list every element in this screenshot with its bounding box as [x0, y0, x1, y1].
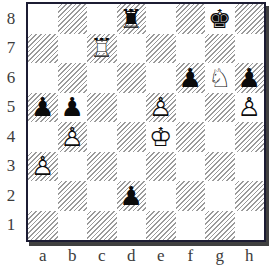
square-c3	[87, 152, 117, 182]
black-rook-d8: ♜	[117, 4, 147, 34]
square-g4	[205, 122, 235, 152]
square-b3	[58, 152, 88, 182]
square-c6	[87, 63, 117, 93]
square-b8	[58, 4, 88, 34]
square-h3	[235, 152, 265, 182]
white-pawn-h5: ♙	[235, 93, 265, 123]
square-h1	[235, 211, 265, 241]
file-label-f: f	[176, 246, 206, 270]
square-b1	[58, 211, 88, 241]
square-b2	[58, 181, 88, 211]
rank-label-7: 7	[0, 34, 22, 64]
file-label-e: e	[146, 246, 176, 270]
square-f1	[176, 211, 206, 241]
black-pawn-h6: ♟	[235, 63, 265, 93]
black-king-g8: ♚	[205, 4, 235, 34]
file-label-h: h	[235, 246, 265, 270]
rank-label-6: 6	[0, 63, 22, 93]
square-c2	[87, 181, 117, 211]
square-d4	[117, 122, 147, 152]
file-label-d: d	[117, 246, 147, 270]
square-h6: ♟	[235, 63, 265, 93]
square-e6	[146, 63, 176, 93]
black-pawn-d2: ♟	[117, 181, 147, 211]
square-f4	[176, 122, 206, 152]
piece-fill: ♟	[235, 93, 265, 123]
square-c7: ♜♖	[87, 34, 117, 64]
square-a2	[28, 181, 58, 211]
square-g1	[205, 211, 235, 241]
square-c4	[87, 122, 117, 152]
square-a6	[28, 63, 58, 93]
square-d5	[117, 93, 147, 123]
square-f5	[176, 93, 206, 123]
white-pawn-e5: ♙	[146, 93, 176, 123]
square-e5: ♟♙	[146, 93, 176, 123]
square-f8	[176, 4, 206, 34]
square-b6	[58, 63, 88, 93]
rank-label-4: 4	[0, 122, 22, 152]
square-e7	[146, 34, 176, 64]
square-a8	[28, 4, 58, 34]
square-h2	[235, 181, 265, 211]
white-pawn-a3: ♙	[28, 152, 58, 182]
piece-fill: ♞	[205, 63, 235, 93]
square-h7	[235, 34, 265, 64]
square-g7	[205, 34, 235, 64]
file-labels: abcdefgh	[28, 246, 264, 270]
square-a7	[28, 34, 58, 64]
square-e1	[146, 211, 176, 241]
rank-label-3: 3	[0, 152, 22, 182]
square-d2: ♟	[117, 181, 147, 211]
square-g8: ♚	[205, 4, 235, 34]
square-b7	[58, 34, 88, 64]
square-f2	[176, 181, 206, 211]
piece-fill: ♟	[146, 93, 176, 123]
piece-fill: ♟	[58, 122, 88, 152]
rank-label-5: 5	[0, 93, 22, 123]
file-label-a: a	[28, 246, 58, 270]
square-h4	[235, 122, 265, 152]
white-pawn-b4: ♙	[58, 122, 88, 152]
white-king-e4: ♔	[146, 122, 176, 152]
white-rook-c7: ♖	[87, 34, 117, 64]
square-a3: ♟♙	[28, 152, 58, 182]
square-b5: ♟	[58, 93, 88, 123]
square-g2	[205, 181, 235, 211]
file-label-c: c	[87, 246, 117, 270]
square-c1	[87, 211, 117, 241]
square-f3	[176, 152, 206, 182]
square-d3	[117, 152, 147, 182]
piece-fill: ♚	[146, 122, 176, 152]
square-a4	[28, 122, 58, 152]
square-h8	[235, 4, 265, 34]
file-label-g: g	[205, 246, 235, 270]
file-label-b: b	[58, 246, 88, 270]
square-e2	[146, 181, 176, 211]
square-g6: ♞♘	[205, 63, 235, 93]
chess-diagram: 87654321 ♜♚♜♖♟♞♘♟♟♟♟♙♟♙♟♙♚♔♟♙♟ abcdefgh	[0, 0, 272, 273]
black-pawn-b5: ♟	[58, 93, 88, 123]
square-e8	[146, 4, 176, 34]
square-c8	[87, 4, 117, 34]
square-a5: ♟	[28, 93, 58, 123]
square-d8: ♜	[117, 4, 147, 34]
rank-label-1: 1	[0, 211, 22, 241]
square-g3	[205, 152, 235, 182]
square-h5: ♟♙	[235, 93, 265, 123]
square-c5	[87, 93, 117, 123]
square-a1	[28, 211, 58, 241]
rank-labels: 87654321	[0, 4, 22, 240]
square-f6: ♟	[176, 63, 206, 93]
square-e4: ♚♔	[146, 122, 176, 152]
square-d7	[117, 34, 147, 64]
black-pawn-f6: ♟	[176, 63, 206, 93]
square-f7	[176, 34, 206, 64]
black-pawn-a5: ♟	[28, 93, 58, 123]
rank-label-2: 2	[0, 181, 22, 211]
square-d6	[117, 63, 147, 93]
square-e3	[146, 152, 176, 182]
rank-label-8: 8	[0, 4, 22, 34]
square-b4: ♟♙	[58, 122, 88, 152]
white-knight-g6: ♘	[205, 63, 235, 93]
piece-fill: ♜	[87, 34, 117, 64]
chess-board: ♜♚♜♖♟♞♘♟♟♟♟♙♟♙♟♙♚♔♟♙♟	[26, 2, 266, 242]
square-d1	[117, 211, 147, 241]
square-g5	[205, 93, 235, 123]
piece-fill: ♟	[28, 152, 58, 182]
